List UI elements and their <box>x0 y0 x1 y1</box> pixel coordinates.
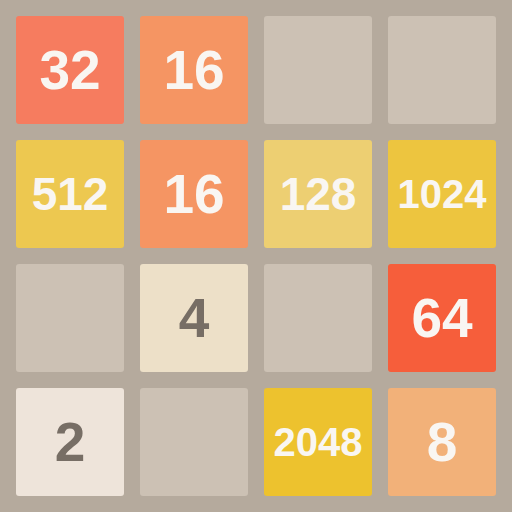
board-2048[interactable]: 3216512161281024464220488 <box>0 0 512 512</box>
tile-128: 128 <box>264 140 372 248</box>
tile-1024: 1024 <box>388 140 496 248</box>
tile-2048: 2048 <box>264 388 372 496</box>
empty-cell <box>16 264 124 372</box>
tile-4: 4 <box>140 264 248 372</box>
tile-8: 8 <box>388 388 496 496</box>
tile-32: 32 <box>16 16 124 124</box>
tile-64: 64 <box>388 264 496 372</box>
tile-2: 2 <box>16 388 124 496</box>
tile-16: 16 <box>140 16 248 124</box>
tile-16: 16 <box>140 140 248 248</box>
empty-cell <box>140 388 248 496</box>
empty-cell <box>388 16 496 124</box>
empty-cell <box>264 264 372 372</box>
empty-cell <box>264 16 372 124</box>
tile-512: 512 <box>16 140 124 248</box>
